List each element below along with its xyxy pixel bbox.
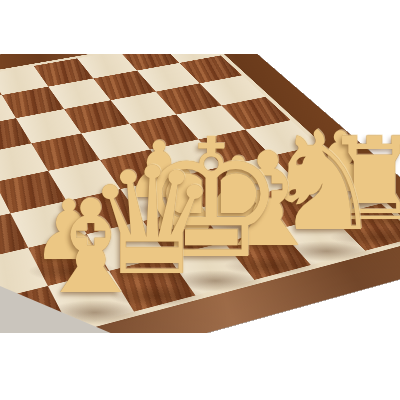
photo-white-margin-bottom	[0, 333, 400, 400]
piece-white-bishop: ♝	[33, 183, 149, 312]
chess-set-product-photo: ♝♛♚♝♞♜♟♟♟♟♟	[0, 0, 400, 400]
photo-white-margin-top	[0, 0, 400, 54]
